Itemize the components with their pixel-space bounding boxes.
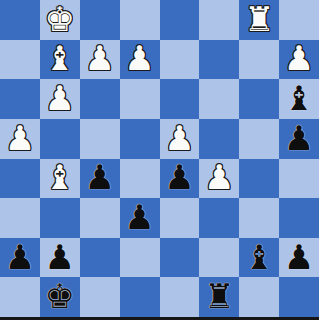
square-a8[interactable] xyxy=(0,0,40,40)
square-e4[interactable]: ♟ xyxy=(160,159,200,199)
square-d6[interactable] xyxy=(120,79,160,119)
chess-board: ♚♜♝♟♟♟♟♝♟♟♟♝♟♟♟♟♟♟♝♟♚♜ xyxy=(0,0,319,317)
square-g3[interactable] xyxy=(239,198,279,238)
square-b2[interactable]: ♟ xyxy=(40,238,80,278)
square-f5[interactable] xyxy=(199,119,239,159)
square-g8[interactable]: ♜ xyxy=(239,0,279,40)
square-f4[interactable]: ♟ xyxy=(199,159,239,199)
square-f2[interactable] xyxy=(199,238,239,278)
square-e3[interactable] xyxy=(160,198,200,238)
black-pawn-b2[interactable]: ♟ xyxy=(45,240,75,274)
square-e6[interactable] xyxy=(160,79,200,119)
square-c5[interactable] xyxy=(80,119,120,159)
square-b7[interactable]: ♝ xyxy=(40,40,80,80)
square-a2[interactable]: ♟ xyxy=(0,238,40,278)
square-e7[interactable] xyxy=(160,40,200,80)
white-king-b8[interactable]: ♚ xyxy=(45,2,75,36)
white-pawn-f4[interactable]: ♟ xyxy=(204,160,234,194)
square-b1[interactable]: ♚ xyxy=(40,277,80,317)
square-b6[interactable]: ♟ xyxy=(40,79,80,119)
square-a1[interactable] xyxy=(0,277,40,317)
square-h6[interactable]: ♝ xyxy=(279,79,319,119)
square-d4[interactable] xyxy=(120,159,160,199)
white-pawn-c7[interactable]: ♟ xyxy=(84,41,114,75)
square-h8[interactable] xyxy=(279,0,319,40)
black-pawn-h5[interactable]: ♟ xyxy=(284,121,314,155)
square-f3[interactable] xyxy=(199,198,239,238)
square-c7[interactable]: ♟ xyxy=(80,40,120,80)
square-d3[interactable]: ♟ xyxy=(120,198,160,238)
square-g7[interactable] xyxy=(239,40,279,80)
square-a6[interactable] xyxy=(0,79,40,119)
white-rook-g8[interactable]: ♜ xyxy=(244,2,274,36)
white-bishop-b4[interactable]: ♝ xyxy=(45,160,75,194)
square-e5[interactable]: ♟ xyxy=(160,119,200,159)
square-h7[interactable]: ♟ xyxy=(279,40,319,80)
square-a3[interactable] xyxy=(0,198,40,238)
square-h3[interactable] xyxy=(279,198,319,238)
square-g4[interactable] xyxy=(239,159,279,199)
square-g5[interactable] xyxy=(239,119,279,159)
square-a7[interactable] xyxy=(0,40,40,80)
square-d2[interactable] xyxy=(120,238,160,278)
white-pawn-b6[interactable]: ♟ xyxy=(45,81,75,115)
square-c3[interactable] xyxy=(80,198,120,238)
square-f6[interactable] xyxy=(199,79,239,119)
black-bishop-h6[interactable]: ♝ xyxy=(284,81,314,115)
square-e8[interactable] xyxy=(160,0,200,40)
square-h2[interactable]: ♟ xyxy=(279,238,319,278)
black-pawn-h2[interactable]: ♟ xyxy=(284,240,314,274)
square-f1[interactable]: ♜ xyxy=(199,277,239,317)
white-pawn-d7[interactable]: ♟ xyxy=(124,41,154,75)
black-pawn-a2[interactable]: ♟ xyxy=(5,240,35,274)
square-h4[interactable] xyxy=(279,159,319,199)
square-a4[interactable] xyxy=(0,159,40,199)
black-rook-f1[interactable]: ♜ xyxy=(204,279,234,313)
white-bishop-b7[interactable]: ♝ xyxy=(45,41,75,75)
square-b8[interactable]: ♚ xyxy=(40,0,80,40)
square-g2[interactable]: ♝ xyxy=(239,238,279,278)
square-c2[interactable] xyxy=(80,238,120,278)
square-b4[interactable]: ♝ xyxy=(40,159,80,199)
white-pawn-e5[interactable]: ♟ xyxy=(164,121,194,155)
square-g6[interactable] xyxy=(239,79,279,119)
square-d7[interactable]: ♟ xyxy=(120,40,160,80)
square-c4[interactable]: ♟ xyxy=(80,159,120,199)
chess-board-wrapper: ♚♜♝♟♟♟♟♝♟♟♟♝♟♟♟♟♟♟♝♟♚♜ xyxy=(0,0,319,320)
square-c1[interactable] xyxy=(80,277,120,317)
square-g1[interactable] xyxy=(239,277,279,317)
square-d8[interactable] xyxy=(120,0,160,40)
black-pawn-e4[interactable]: ♟ xyxy=(164,160,194,194)
square-a5[interactable]: ♟ xyxy=(0,119,40,159)
white-pawn-a5[interactable]: ♟ xyxy=(5,121,35,155)
square-b3[interactable] xyxy=(40,198,80,238)
white-pawn-h7[interactable]: ♟ xyxy=(284,41,314,75)
square-f7[interactable] xyxy=(199,40,239,80)
square-f8[interactable] xyxy=(199,0,239,40)
square-e2[interactable] xyxy=(160,238,200,278)
square-c8[interactable] xyxy=(80,0,120,40)
black-bishop-g2[interactable]: ♝ xyxy=(244,240,274,274)
square-h1[interactable] xyxy=(279,277,319,317)
black-pawn-c4[interactable]: ♟ xyxy=(84,160,114,194)
square-c6[interactable] xyxy=(80,79,120,119)
square-e1[interactable] xyxy=(160,277,200,317)
black-king-b1[interactable]: ♚ xyxy=(45,279,75,313)
black-pawn-d3[interactable]: ♟ xyxy=(124,200,154,234)
square-b5[interactable] xyxy=(40,119,80,159)
square-h5[interactable]: ♟ xyxy=(279,119,319,159)
square-d1[interactable] xyxy=(120,277,160,317)
square-d5[interactable] xyxy=(120,119,160,159)
